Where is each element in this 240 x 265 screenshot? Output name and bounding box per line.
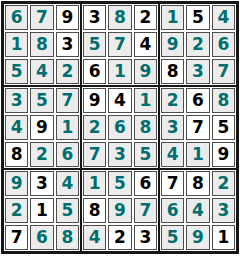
cell-r7c7[interactable]: 7 [161,171,184,196]
cell-r5c1[interactable]: 4 [5,115,28,140]
cell-r3c3[interactable]: 2 [56,59,79,84]
cell-r1c9[interactable]: 4 [212,5,235,30]
cell-r9c6[interactable]: 3 [134,225,157,250]
cell-r1c7[interactable]: 1 [161,5,184,30]
sudoku-box-6: 268375419 [160,87,236,168]
cell-r8c1[interactable]: 2 [5,198,28,223]
cell-r2c6[interactable]: 4 [134,32,157,57]
cell-r5c7[interactable]: 3 [161,115,184,140]
cell-r8c7[interactable]: 6 [161,198,184,223]
cell-r7c8[interactable]: 8 [186,171,209,196]
cell-r1c1[interactable]: 6 [5,5,28,30]
cell-r5c5[interactable]: 6 [108,115,131,140]
cell-r1c8[interactable]: 5 [186,5,209,30]
cell-r1c4[interactable]: 3 [83,5,106,30]
cell-r3c9[interactable]: 7 [212,59,235,84]
cell-r9c2[interactable]: 6 [30,225,53,250]
cell-r5c2[interactable]: 9 [30,115,53,140]
cell-r4c9[interactable]: 8 [212,88,235,113]
sudoku-box-9: 782643591 [160,170,236,251]
cell-r6c5[interactable]: 3 [108,142,131,167]
sudoku-box-5: 941268735 [82,87,158,168]
sudoku-box-2: 382574619 [82,4,158,85]
cell-r3c7[interactable]: 8 [161,59,184,84]
cell-r7c1[interactable]: 9 [5,171,28,196]
cell-r2c2[interactable]: 8 [30,32,53,57]
cell-r3c1[interactable]: 5 [5,59,28,84]
cell-r7c9[interactable]: 2 [212,171,235,196]
cell-r5c9[interactable]: 5 [212,115,235,140]
cell-r7c4[interactable]: 1 [83,171,106,196]
cell-r9c3[interactable]: 8 [56,225,79,250]
cell-r6c4[interactable]: 7 [83,142,106,167]
cell-r6c6[interactable]: 5 [134,142,157,167]
cell-r7c5[interactable]: 5 [108,171,131,196]
sudoku-page: 6791835423825746191549268373574918269412… [0,1,240,265]
cell-r1c5[interactable]: 8 [108,5,131,30]
cell-r9c5[interactable]: 2 [108,225,131,250]
cell-r5c4[interactable]: 2 [83,115,106,140]
cell-r8c5[interactable]: 9 [108,198,131,223]
cell-r2c5[interactable]: 7 [108,32,131,57]
cell-r4c3[interactable]: 7 [56,88,79,113]
cell-r4c2[interactable]: 5 [30,88,53,113]
cell-r1c2[interactable]: 7 [30,5,53,30]
cell-r2c4[interactable]: 5 [83,32,106,57]
cell-r5c8[interactable]: 7 [186,115,209,140]
sudoku-board: 6791835423825746191549268373574918269412… [1,1,239,254]
cell-r2c8[interactable]: 2 [186,32,209,57]
cell-r4c4[interactable]: 9 [83,88,106,113]
sudoku-box-3: 154926837 [160,4,236,85]
cell-r4c8[interactable]: 6 [186,88,209,113]
cell-r6c2[interactable]: 2 [30,142,53,167]
cell-r6c3[interactable]: 6 [56,142,79,167]
cell-r2c9[interactable]: 6 [212,32,235,57]
cell-r7c6[interactable]: 6 [134,171,157,196]
cell-r8c2[interactable]: 1 [30,198,53,223]
cell-r3c4[interactable]: 6 [83,59,106,84]
sudoku-box-4: 357491826 [4,87,80,168]
cell-r4c1[interactable]: 3 [5,88,28,113]
cell-r7c3[interactable]: 4 [56,171,79,196]
cell-r9c9[interactable]: 1 [212,225,235,250]
cell-r1c3[interactable]: 9 [56,5,79,30]
cell-r6c1[interactable]: 8 [5,142,28,167]
cell-r1c6[interactable]: 2 [134,5,157,30]
cell-r2c7[interactable]: 9 [161,32,184,57]
cell-r3c5[interactable]: 1 [108,59,131,84]
cell-r3c2[interactable]: 4 [30,59,53,84]
cell-r2c3[interactable]: 3 [56,32,79,57]
sudoku-box-8: 156897423 [82,170,158,251]
cell-r9c7[interactable]: 5 [161,225,184,250]
cell-r4c6[interactable]: 1 [134,88,157,113]
cell-r8c4[interactable]: 8 [83,198,106,223]
sudoku-box-1: 679183542 [4,4,80,85]
cell-r2c1[interactable]: 1 [5,32,28,57]
cell-r7c2[interactable]: 3 [30,171,53,196]
cell-r5c3[interactable]: 1 [56,115,79,140]
cell-r9c4[interactable]: 4 [83,225,106,250]
cell-r8c8[interactable]: 4 [186,198,209,223]
cell-r4c7[interactable]: 2 [161,88,184,113]
cell-r8c6[interactable]: 7 [134,198,157,223]
cell-r4c5[interactable]: 4 [108,88,131,113]
cell-r5c6[interactable]: 8 [134,115,157,140]
cell-r9c1[interactable]: 7 [5,225,28,250]
cell-r6c8[interactable]: 1 [186,142,209,167]
cell-r6c9[interactable]: 9 [212,142,235,167]
cell-r6c7[interactable]: 4 [161,142,184,167]
cell-r3c6[interactable]: 9 [134,59,157,84]
cell-r8c9[interactable]: 3 [212,198,235,223]
cell-r3c8[interactable]: 3 [186,59,209,84]
cell-r8c3[interactable]: 5 [56,198,79,223]
cell-r9c8[interactable]: 9 [186,225,209,250]
sudoku-box-7: 934215768 [4,170,80,251]
